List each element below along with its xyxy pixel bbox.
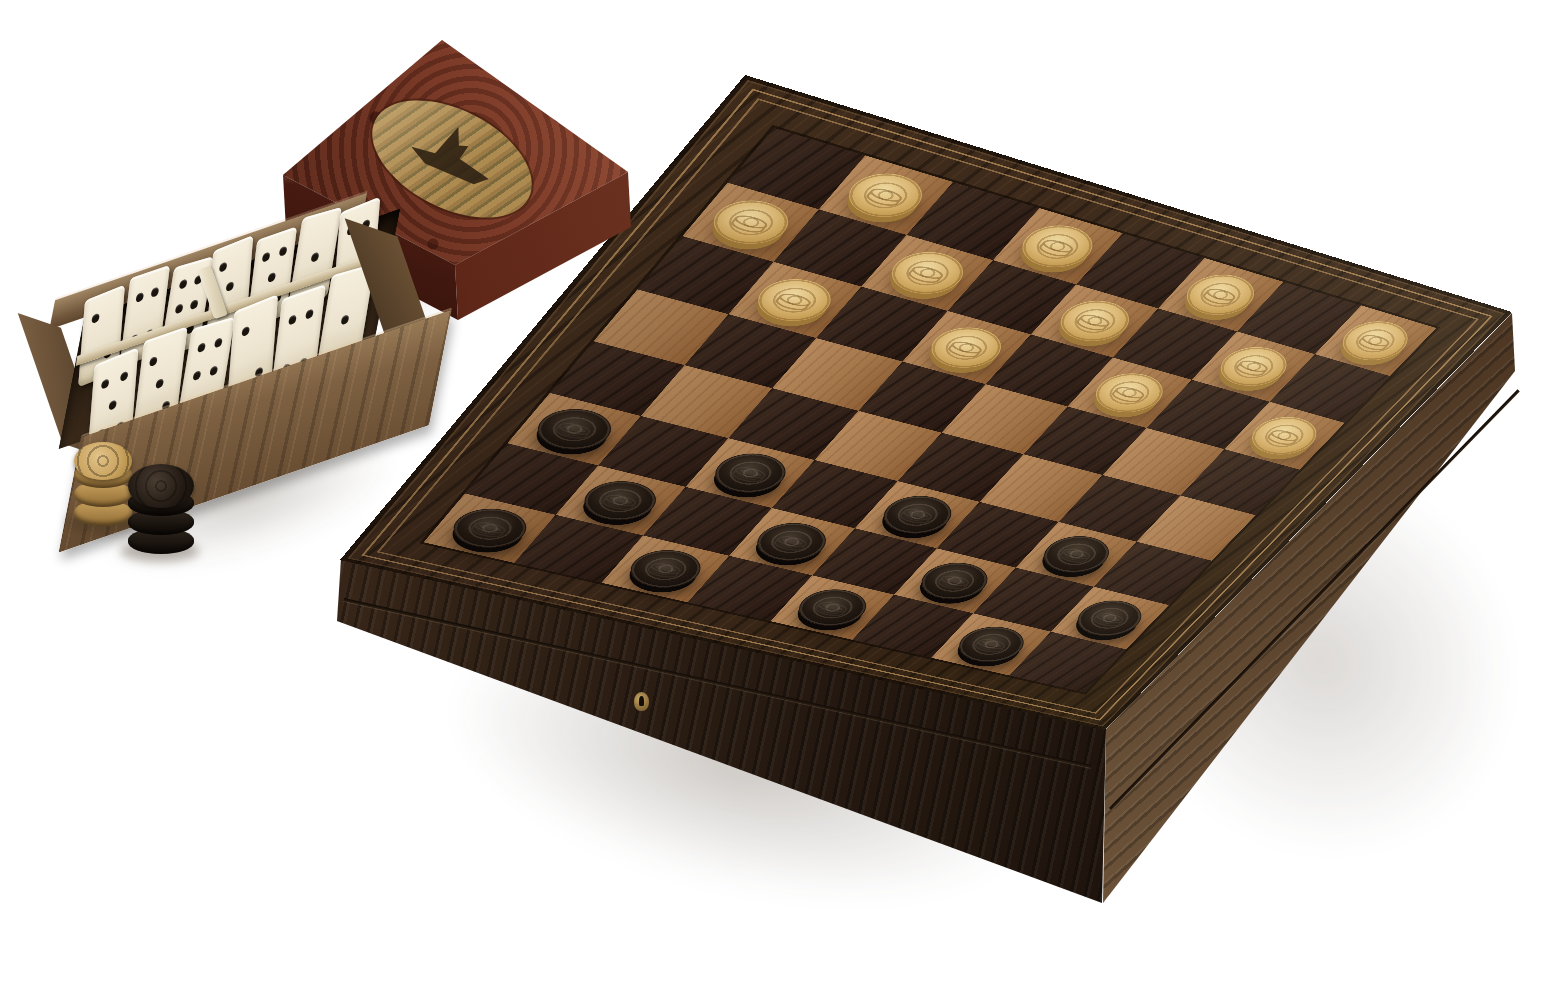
- domino-pip: [149, 355, 158, 366]
- domino-pip: [178, 278, 187, 289]
- domino-pip: [101, 378, 109, 390]
- domino-pip: [151, 286, 160, 297]
- domino-pip: [226, 281, 234, 293]
- domino-pip: [305, 309, 314, 320]
- domino-pip: [340, 314, 349, 325]
- domino-pip: [214, 337, 223, 348]
- domino-pip: [109, 399, 117, 411]
- domino-pip: [135, 292, 144, 303]
- stacked-man-top: [128, 464, 194, 508]
- keyhole-hole: [639, 696, 644, 706]
- domino-pip: [91, 312, 99, 324]
- domino-pip: [261, 252, 270, 263]
- domino-pip: [310, 252, 319, 263]
- domino-pip: [120, 370, 128, 382]
- domino-pip: [241, 326, 249, 338]
- domino-pip: [192, 370, 201, 381]
- domino-pip: [174, 303, 183, 314]
- games-compendium-photo: ⛀⛀⛀⛀⛀⛀⛀⛀⛀⛀⛀⛀⛂⛂⛂⛂⛂⛂⛂⛂⛂⛂⛂⛂: [0, 0, 1544, 1000]
- domino-pip: [267, 272, 276, 283]
- domino-pip: [279, 246, 288, 257]
- domino-pip: [209, 365, 218, 376]
- domino-pip: [155, 378, 164, 389]
- domino-pip: [288, 315, 297, 326]
- domino-pip: [219, 262, 227, 274]
- spare-dark-stack: [128, 458, 194, 554]
- stacked-man-top: [74, 442, 132, 480]
- domino-pip: [197, 342, 206, 353]
- domino-pip: [190, 299, 199, 310]
- brass-keyhole-escutcheon: [634, 692, 649, 711]
- spare-light-stack: [74, 430, 132, 526]
